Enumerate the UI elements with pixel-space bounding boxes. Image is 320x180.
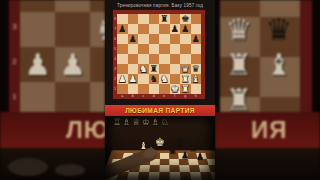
- square-b6: ♟: [128, 34, 139, 44]
- square-d2: ♞: [149, 74, 160, 84]
- square-g5: [180, 44, 191, 54]
- video-frame[interactable]: 321 ♞♟♟ ЛЮ ♛♛♜♝♜♚ ИЯ Тренировочная парти…: [0, 0, 320, 180]
- background-board-left: 321 ♞♟♟ ЛЮ: [0, 0, 105, 180]
- background-black-queen-h3: ♛: [259, 12, 299, 47]
- background-rank-label-3: 3: [9, 22, 20, 31]
- black-pawn-g7: ♟: [180, 24, 191, 34]
- square-a4: [117, 54, 128, 64]
- square-h5: [191, 44, 202, 54]
- black-pawn-f7: ♟: [170, 24, 181, 34]
- square-e8: ♜: [159, 14, 170, 24]
- square-h6: ♟: [191, 34, 202, 44]
- square-d1: [149, 84, 160, 94]
- background-white-rook-g2: ♜: [219, 47, 259, 82]
- square-f3: [170, 64, 181, 74]
- square-c1: [138, 84, 149, 94]
- square-b5: [128, 44, 139, 54]
- blurred-audience-shape: [55, 164, 85, 176]
- file-label-c: c: [138, 94, 149, 99]
- real-board-photo: ♖♗♕♔♗♘ ♝♚♟♛♞♜♟♟: [105, 116, 215, 180]
- file-label-d: d: [149, 94, 160, 99]
- square-g1: ♜: [180, 84, 191, 94]
- background-white-knight-c3: ♞: [88, 12, 105, 47]
- square-e7: [159, 24, 170, 34]
- square-d7: [149, 24, 160, 34]
- file-label-g: g: [180, 94, 191, 99]
- chess-board-grid: ♜♚♟♟♟♟♟♞♜♛♛♟♟♞♞♜♝♚♜: [117, 14, 201, 94]
- white-king-f1: ♚: [170, 84, 181, 94]
- square-h1: [191, 84, 202, 94]
- square-d6: [149, 34, 160, 44]
- square-c2: [138, 74, 149, 84]
- file-label-a: a: [117, 94, 128, 99]
- square-a2: ♟: [117, 74, 128, 84]
- file-labels: abcdefgh: [117, 94, 201, 99]
- square-c3: ♞: [138, 64, 149, 74]
- square-f1: ♚: [170, 84, 181, 94]
- white-knight-c3: ♞: [138, 64, 149, 74]
- white-pawn-b2: ♟: [128, 74, 139, 84]
- black-pawn-b6: ♟: [128, 34, 139, 44]
- background-board-border-right: [300, 0, 312, 117]
- video-title: Тренировочная партия. Баку 1957 год: [105, 3, 215, 8]
- square-g6: [180, 34, 191, 44]
- square-c7: [138, 24, 149, 34]
- background-bottom-right: [215, 148, 320, 180]
- background-banner-fragment-left: ЛЮ: [66, 116, 105, 144]
- square-g7: ♟: [180, 24, 191, 34]
- background-rank-label-1: 1: [9, 92, 20, 101]
- favorite-game-banner: ЛЮБИМАЯ ПАРТИЯ: [105, 105, 215, 116]
- square-b1: [128, 84, 139, 94]
- white-rook-g1: ♜: [180, 84, 191, 94]
- square-h2: ♝: [191, 74, 202, 84]
- black-rook-e8: ♜: [159, 14, 170, 24]
- black-pawn-a7: ♟: [117, 24, 128, 34]
- file-label-e: e: [159, 94, 170, 99]
- square-c5: [138, 44, 149, 54]
- square-f7: ♟: [170, 24, 181, 34]
- banner-label: ЛЮБИМАЯ ПАРТИЯ: [105, 105, 215, 116]
- square-a7: ♟: [117, 24, 128, 34]
- background-board-right: ♛♛♜♝♜♚ ИЯ: [215, 0, 320, 180]
- white-knight-e2: ♞: [159, 74, 170, 84]
- square-h8: [191, 14, 202, 24]
- square-d8: [149, 14, 160, 24]
- background-white-queen-g3: ♛: [219, 12, 259, 47]
- background-white-bishop-h2: ♝: [259, 47, 299, 82]
- square-b8: [128, 14, 139, 24]
- white-bishop-h2: ♝: [191, 74, 202, 84]
- square-e1: [159, 84, 170, 94]
- file-label-f: f: [170, 94, 181, 99]
- background-white-pawn-b2: ♟: [53, 47, 93, 82]
- white-pawn-a2: ♟: [117, 74, 128, 84]
- black-knight-d2: ♞: [149, 74, 160, 84]
- square-e2: ♞: [159, 74, 170, 84]
- square-a1: [117, 84, 128, 94]
- file-label-h: h: [191, 94, 202, 99]
- square-f4: [170, 54, 181, 64]
- blurred-audience-shape: [8, 158, 48, 176]
- square-a6: [117, 34, 128, 44]
- square-e5: [159, 44, 170, 54]
- video-content-strip: Тренировочная партия. Баку 1957 год 8765…: [105, 0, 215, 180]
- square-e4: [159, 54, 170, 64]
- square-e6: [159, 34, 170, 44]
- photo-vignette: [105, 116, 215, 180]
- background-white-pawn-a2: ♟: [18, 47, 58, 82]
- square-c6: [138, 34, 149, 44]
- square-a5: [117, 44, 128, 54]
- black-pawn-h6: ♟: [191, 34, 202, 44]
- square-d5: [149, 44, 160, 54]
- square-b2: ♟: [128, 74, 139, 84]
- background-bottom-left: [0, 148, 105, 180]
- background-banner-fragment-right: ИЯ: [251, 116, 288, 144]
- square-c8: [138, 14, 149, 24]
- chess-board: 87654321 ♜♚♟♟♟♟♟♞♜♛♛♟♟♞♞♜♝♚♜ abcdefgh: [113, 10, 205, 99]
- square-f5: [170, 44, 181, 54]
- square-f6: [170, 34, 181, 44]
- file-label-b: b: [128, 94, 139, 99]
- square-b4: [128, 54, 139, 64]
